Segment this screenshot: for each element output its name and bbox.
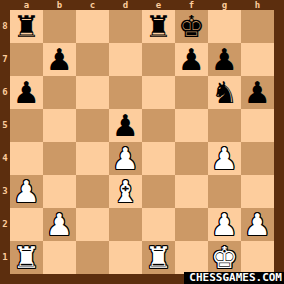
rank-label-5: 5 xyxy=(0,109,10,142)
square-g6[interactable]: ♞ xyxy=(208,76,241,109)
rank-labels: 87654321 xyxy=(0,10,10,274)
rank-label-7: 7 xyxy=(0,43,10,76)
square-g2[interactable]: ♟ xyxy=(208,208,241,241)
black-pawn-d5-piece: ♟ xyxy=(112,109,139,142)
square-e3[interactable] xyxy=(142,175,175,208)
square-a1[interactable]: ♜ xyxy=(10,241,43,274)
square-b1[interactable] xyxy=(43,241,76,274)
white-pawn-g4-piece: ♟ xyxy=(211,142,238,175)
rank-label-3: 3 xyxy=(0,175,10,208)
chessgames-watermark: CHESSGAMES.COM xyxy=(184,272,284,284)
square-e4[interactable] xyxy=(142,142,175,175)
square-e1[interactable]: ♜ xyxy=(142,241,175,274)
white-rook-a1-piece: ♜ xyxy=(13,241,40,274)
square-a8[interactable]: ♜ xyxy=(10,10,43,43)
white-pawn-h2-piece: ♟ xyxy=(244,208,271,241)
chess-board-frame: abcdefgh 87654321 ♜♜♚♟♟♟♟♞♟♟♟♟♟♝♟♟♟♜♜♚ C… xyxy=(0,0,284,284)
rank-label-4: 4 xyxy=(0,142,10,175)
square-a7[interactable] xyxy=(10,43,43,76)
square-f8[interactable]: ♚ xyxy=(175,10,208,43)
file-labels: abcdefgh xyxy=(10,0,274,10)
square-e2[interactable] xyxy=(142,208,175,241)
square-h7[interactable] xyxy=(241,43,274,76)
square-e8[interactable]: ♜ xyxy=(142,10,175,43)
square-d5[interactable]: ♟ xyxy=(109,109,142,142)
white-rook-e1-piece: ♜ xyxy=(145,241,172,274)
white-pawn-d4-piece: ♟ xyxy=(112,142,139,175)
white-pawn-g2-piece: ♟ xyxy=(211,208,238,241)
black-rook-e8-piece: ♜ xyxy=(145,10,172,43)
white-pawn-a3-piece: ♟ xyxy=(13,175,40,208)
square-e7[interactable] xyxy=(142,43,175,76)
white-king-g1-piece: ♚ xyxy=(211,241,238,274)
black-pawn-b7-piece: ♟ xyxy=(46,43,73,76)
square-a4[interactable] xyxy=(10,142,43,175)
black-knight-g6-piece: ♞ xyxy=(211,76,238,109)
square-g4[interactable]: ♟ xyxy=(208,142,241,175)
square-b3[interactable] xyxy=(43,175,76,208)
square-g8[interactable] xyxy=(208,10,241,43)
square-h4[interactable] xyxy=(241,142,274,175)
square-a5[interactable] xyxy=(10,109,43,142)
file-label-d: d xyxy=(109,0,142,10)
square-d1[interactable] xyxy=(109,241,142,274)
square-f3[interactable] xyxy=(175,175,208,208)
square-e6[interactable] xyxy=(142,76,175,109)
square-h8[interactable] xyxy=(241,10,274,43)
square-g7[interactable]: ♟ xyxy=(208,43,241,76)
square-c1[interactable] xyxy=(76,241,109,274)
square-a3[interactable]: ♟ xyxy=(10,175,43,208)
square-d3[interactable]: ♝ xyxy=(109,175,142,208)
square-b8[interactable] xyxy=(43,10,76,43)
square-c5[interactable] xyxy=(76,109,109,142)
square-g5[interactable] xyxy=(208,109,241,142)
square-f7[interactable]: ♟ xyxy=(175,43,208,76)
square-g3[interactable] xyxy=(208,175,241,208)
file-label-g: g xyxy=(208,0,241,10)
rank-label-6: 6 xyxy=(0,76,10,109)
square-b7[interactable]: ♟ xyxy=(43,43,76,76)
black-pawn-g7-piece: ♟ xyxy=(211,43,238,76)
square-c3[interactable] xyxy=(76,175,109,208)
square-h3[interactable] xyxy=(241,175,274,208)
rank-label-1: 1 xyxy=(0,241,10,274)
rank-label-2: 2 xyxy=(0,208,10,241)
square-h2[interactable]: ♟ xyxy=(241,208,274,241)
square-a2[interactable] xyxy=(10,208,43,241)
black-king-f8-piece: ♚ xyxy=(178,10,205,43)
square-f6[interactable] xyxy=(175,76,208,109)
square-d4[interactable]: ♟ xyxy=(109,142,142,175)
square-c7[interactable] xyxy=(76,43,109,76)
square-h6[interactable]: ♟ xyxy=(241,76,274,109)
square-c2[interactable] xyxy=(76,208,109,241)
square-f4[interactable] xyxy=(175,142,208,175)
square-c6[interactable] xyxy=(76,76,109,109)
square-f2[interactable] xyxy=(175,208,208,241)
square-d6[interactable] xyxy=(109,76,142,109)
square-d7[interactable] xyxy=(109,43,142,76)
square-a6[interactable]: ♟ xyxy=(10,76,43,109)
chess-board: ♜♜♚♟♟♟♟♞♟♟♟♟♟♝♟♟♟♜♜♚ xyxy=(10,10,274,274)
square-d2[interactable] xyxy=(109,208,142,241)
file-label-c: c xyxy=(76,0,109,10)
square-e5[interactable] xyxy=(142,109,175,142)
square-h1[interactable] xyxy=(241,241,274,274)
black-pawn-a6-piece: ♟ xyxy=(13,76,40,109)
square-c8[interactable] xyxy=(76,10,109,43)
square-b5[interactable] xyxy=(43,109,76,142)
square-c4[interactable] xyxy=(76,142,109,175)
square-b4[interactable] xyxy=(43,142,76,175)
file-label-h: h xyxy=(241,0,274,10)
rank-label-8: 8 xyxy=(0,10,10,43)
square-h5[interactable] xyxy=(241,109,274,142)
file-label-b: b xyxy=(43,0,76,10)
white-bishop-d3-piece: ♝ xyxy=(112,175,139,208)
square-f1[interactable] xyxy=(175,241,208,274)
square-b2[interactable]: ♟ xyxy=(43,208,76,241)
white-pawn-b2-piece: ♟ xyxy=(46,208,73,241)
square-g1[interactable]: ♚ xyxy=(208,241,241,274)
black-pawn-h6-piece: ♟ xyxy=(244,76,271,109)
square-d8[interactable] xyxy=(109,10,142,43)
square-f5[interactable] xyxy=(175,109,208,142)
black-pawn-f7-piece: ♟ xyxy=(178,43,205,76)
square-b6[interactable] xyxy=(43,76,76,109)
black-rook-a8-piece: ♜ xyxy=(13,10,40,43)
